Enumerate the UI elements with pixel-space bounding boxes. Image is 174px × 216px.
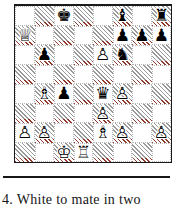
square-e7[interactable] [93, 26, 113, 46]
square-d6[interactable] [74, 45, 94, 65]
white-pawn: ♙ [154, 123, 169, 142]
square-h1[interactable] [152, 143, 172, 163]
square-c6[interactable] [54, 45, 74, 65]
square-e3[interactable]: ♙ [93, 104, 113, 124]
square-h6[interactable] [152, 45, 172, 65]
square-h7[interactable]: ♟ [152, 26, 172, 46]
square-e5[interactable] [93, 65, 113, 85]
square-c2[interactable] [54, 123, 74, 143]
square-d2[interactable] [74, 123, 94, 143]
square-g1[interactable] [132, 143, 152, 163]
square-c1[interactable]: ♔ [54, 143, 74, 163]
square-b1[interactable] [35, 143, 55, 163]
square-e8[interactable] [93, 6, 113, 26]
diagram-page: ♚♝♜♕♟♟♟♟♙♞♗♟♛♙♙♙♙♗♙♙♔♖ 4. White to mate … [0, 0, 174, 216]
black-bishop: ♝ [115, 6, 130, 25]
square-h2[interactable]: ♙ [152, 123, 172, 143]
square-g5[interactable] [132, 65, 152, 85]
square-c3[interactable] [54, 104, 74, 124]
square-a2[interactable]: ♙ [15, 123, 35, 143]
square-f8[interactable]: ♝ [113, 6, 133, 26]
square-c7[interactable] [54, 26, 74, 46]
square-f3[interactable] [113, 104, 133, 124]
square-b4[interactable]: ♗ [35, 84, 55, 104]
square-d7[interactable] [74, 26, 94, 46]
white-pawn: ♙ [95, 104, 110, 123]
square-b2[interactable]: ♙ [35, 123, 55, 143]
puzzle-caption: 4. White to mate in two [2, 192, 172, 208]
square-h3[interactable] [152, 104, 172, 124]
white-bishop: ♗ [37, 84, 52, 103]
white-pawn: ♙ [115, 123, 130, 142]
square-d8[interactable] [74, 6, 94, 26]
black-rook: ♜ [154, 6, 169, 25]
square-b5[interactable] [35, 65, 55, 85]
square-b6[interactable]: ♟ [35, 45, 55, 65]
white-pawn: ♙ [37, 123, 52, 142]
black-queen: ♛ [95, 84, 110, 103]
square-h5[interactable] [152, 65, 172, 85]
square-f6[interactable]: ♞ [113, 45, 133, 65]
square-e2[interactable]: ♗ [93, 123, 113, 143]
square-f2[interactable]: ♙ [113, 123, 133, 143]
square-g8[interactable] [132, 6, 152, 26]
black-pawn: ♟ [37, 45, 52, 64]
chess-board: ♚♝♜♕♟♟♟♟♙♞♗♟♛♙♙♙♙♗♙♙♔♖ [14, 4, 172, 163]
square-f1[interactable] [113, 143, 133, 163]
square-d4[interactable] [74, 84, 94, 104]
black-knight: ♞ [115, 45, 130, 64]
square-d3[interactable] [74, 104, 94, 124]
white-bishop: ♗ [95, 123, 110, 142]
white-rook: ♖ [76, 143, 91, 162]
square-g7[interactable]: ♟ [132, 26, 152, 46]
square-f7[interactable]: ♟ [113, 26, 133, 46]
white-pawn: ♙ [17, 123, 32, 142]
square-g4[interactable] [132, 84, 152, 104]
square-g6[interactable] [132, 45, 152, 65]
square-e6[interactable]: ♙ [93, 45, 113, 65]
black-pawn: ♟ [56, 84, 71, 103]
square-h8[interactable]: ♜ [152, 6, 172, 26]
square-a3[interactable] [15, 104, 35, 124]
square-d5[interactable] [74, 65, 94, 85]
square-b3[interactable] [35, 104, 55, 124]
square-a4[interactable] [15, 84, 35, 104]
white-pawn: ♙ [115, 84, 130, 103]
square-b7[interactable] [35, 26, 55, 46]
square-e1[interactable] [93, 143, 113, 163]
square-c4[interactable]: ♟ [54, 84, 74, 104]
square-a8[interactable] [15, 6, 35, 26]
square-a6[interactable] [15, 45, 35, 65]
black-pawn: ♟ [115, 26, 130, 45]
square-c5[interactable] [54, 65, 74, 85]
square-e4[interactable]: ♛ [93, 84, 113, 104]
white-pawn: ♙ [95, 45, 110, 64]
square-a7[interactable]: ♕ [15, 26, 35, 46]
black-pawn: ♟ [154, 26, 169, 45]
square-f5[interactable] [113, 65, 133, 85]
black-king: ♚ [56, 6, 71, 25]
square-d1[interactable]: ♖ [74, 143, 94, 163]
square-g3[interactable] [132, 104, 152, 124]
square-c8[interactable]: ♚ [54, 6, 74, 26]
white-queen: ♕ [17, 26, 32, 45]
square-b8[interactable] [35, 6, 55, 26]
square-h4[interactable] [152, 84, 172, 104]
diagram-bottom-rule [3, 176, 170, 178]
square-f4[interactable]: ♙ [113, 84, 133, 104]
square-g2[interactable] [132, 123, 152, 143]
square-a5[interactable] [15, 65, 35, 85]
black-pawn: ♟ [134, 26, 149, 45]
white-king: ♔ [56, 143, 71, 162]
square-a1[interactable] [15, 143, 35, 163]
